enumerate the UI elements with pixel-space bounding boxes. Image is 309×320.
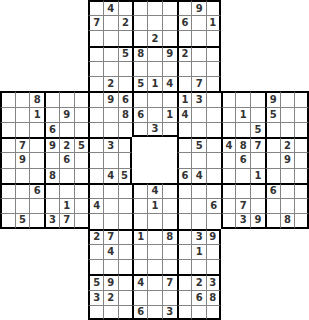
empty-cell-r9c21[interactable] xyxy=(294,122,309,137)
empty-cell-r12c5[interactable] xyxy=(59,168,74,183)
empty-cell-r17c9[interactable] xyxy=(118,244,133,259)
given-cell-r14c7[interactable]: 4 xyxy=(88,198,103,213)
empty-cell-r14c10[interactable] xyxy=(132,198,147,213)
empty-cell-r9c5[interactable] xyxy=(59,122,74,137)
empty-cell-r15c7[interactable] xyxy=(88,213,103,228)
given-cell-r13c3[interactable]: 6 xyxy=(29,183,44,198)
given-cell-r7c3[interactable]: 8 xyxy=(29,91,44,106)
given-cell-r19c12[interactable]: 7 xyxy=(162,274,177,289)
empty-cell-r12c1[interactable] xyxy=(0,168,15,183)
empty-cell-r10c1[interactable] xyxy=(0,137,15,152)
given-cell-r20c8[interactable]: 2 xyxy=(103,290,118,305)
given-cell-r20c14[interactable]: 6 xyxy=(191,290,206,305)
empty-cell-r3c13[interactable] xyxy=(177,30,192,45)
empty-cell-r4c15[interactable] xyxy=(206,46,221,61)
empty-cell-r8c1[interactable] xyxy=(0,107,15,122)
given-cell-r7c8[interactable]: 9 xyxy=(103,91,118,106)
empty-cell-r12c19[interactable] xyxy=(265,168,280,183)
given-cell-r16c8[interactable]: 7 xyxy=(103,229,118,244)
empty-cell-r14c8[interactable] xyxy=(103,198,118,213)
given-cell-r16c15[interactable]: 9 xyxy=(206,229,221,244)
given-cell-r1c14[interactable]: 9 xyxy=(191,0,206,15)
empty-cell-r6c13[interactable] xyxy=(177,76,192,91)
empty-cell-r13c8[interactable] xyxy=(103,183,118,198)
empty-cell-r9c9[interactable] xyxy=(118,122,133,137)
given-cell-r3c11[interactable]: 2 xyxy=(147,30,162,45)
empty-cell-r14c20[interactable] xyxy=(280,198,295,213)
empty-cell-r15c6[interactable] xyxy=(74,213,89,228)
given-cell-r19c7[interactable]: 5 xyxy=(88,274,103,289)
empty-cell-r15c12[interactable] xyxy=(162,213,177,228)
empty-cell-r9c1[interactable] xyxy=(0,122,15,137)
empty-cell-r17c11[interactable] xyxy=(147,244,162,259)
empty-cell-r5c15[interactable] xyxy=(206,61,221,76)
given-cell-r16c7[interactable]: 2 xyxy=(88,229,103,244)
given-cell-r14c11[interactable]: 1 xyxy=(147,198,162,213)
empty-cell-r14c6[interactable] xyxy=(74,198,89,213)
outside-cell xyxy=(294,259,309,274)
empty-cell-r2c12[interactable] xyxy=(162,15,177,30)
empty-cell-r7c18[interactable] xyxy=(250,91,265,106)
outside-cell xyxy=(15,76,30,91)
empty-cell-r13c4[interactable] xyxy=(44,183,59,198)
empty-cell-r7c5[interactable] xyxy=(59,91,74,106)
empty-cell-r1c10[interactable] xyxy=(132,0,147,15)
given-cell-r12c9[interactable]: 5 xyxy=(118,168,133,183)
given-cell-r10c20[interactable]: 2 xyxy=(280,137,295,152)
empty-cell-r3c9[interactable] xyxy=(118,30,133,45)
given-cell-r21c12[interactable]: 3 xyxy=(162,305,177,320)
given-cell-r9c4[interactable]: 6 xyxy=(44,122,59,137)
empty-cell-r13c7[interactable] xyxy=(88,183,103,198)
given-cell-r6c8[interactable]: 2 xyxy=(103,76,118,91)
empty-cell-r7c16[interactable] xyxy=(221,91,236,106)
empty-cell-r8c18[interactable] xyxy=(250,107,265,122)
given-cell-r8c13[interactable]: 4 xyxy=(177,107,192,122)
empty-cell-r7c11[interactable] xyxy=(147,91,162,106)
empty-cell-r8c15[interactable] xyxy=(206,107,221,122)
given-cell-r9c11[interactable]: 3 xyxy=(147,122,162,137)
given-cell-r11c2[interactable]: 9 xyxy=(15,152,30,167)
empty-cell-r5c7[interactable] xyxy=(88,61,103,76)
empty-cell-r8c6[interactable] xyxy=(74,107,89,122)
empty-cell-r14c18[interactable] xyxy=(250,198,265,213)
empty-cell-r12c7[interactable] xyxy=(88,168,103,183)
empty-cell-r3c7[interactable] xyxy=(88,30,103,45)
empty-cell-r13c18[interactable] xyxy=(250,183,265,198)
empty-cell-r15c1[interactable] xyxy=(0,213,15,228)
empty-cell-r14c21[interactable] xyxy=(294,198,309,213)
empty-cell-r8c20[interactable] xyxy=(280,107,295,122)
empty-cell-r14c16[interactable] xyxy=(221,198,236,213)
empty-cell-r12c16[interactable] xyxy=(221,168,236,183)
empty-cell-r20c10[interactable] xyxy=(132,290,147,305)
outside-cell xyxy=(74,274,89,289)
empty-cell-r3c10[interactable] xyxy=(132,30,147,45)
given-cell-r20c7[interactable]: 3 xyxy=(88,290,103,305)
outside-cell xyxy=(15,46,30,61)
given-cell-r11c20[interactable]: 9 xyxy=(280,152,295,167)
empty-cell-r14c2[interactable] xyxy=(15,198,30,213)
empty-cell-r5c12[interactable] xyxy=(162,61,177,76)
given-cell-r19c8[interactable]: 9 xyxy=(103,274,118,289)
empty-cell-r13c13[interactable] xyxy=(177,183,192,198)
given-cell-r15c5[interactable]: 7 xyxy=(59,213,74,228)
given-cell-r15c4[interactable]: 3 xyxy=(44,213,59,228)
given-cell-r6c11[interactable]: 1 xyxy=(147,76,162,91)
empty-cell-r18c8[interactable] xyxy=(103,259,118,274)
given-cell-r19c15[interactable]: 3 xyxy=(206,274,221,289)
empty-cell-r7c20[interactable] xyxy=(280,91,295,106)
given-cell-r7c19[interactable]: 9 xyxy=(265,91,280,106)
empty-cell-r14c3[interactable] xyxy=(29,198,44,213)
empty-cell-r11c6[interactable] xyxy=(74,152,89,167)
empty-cell-r14c9[interactable] xyxy=(118,198,133,213)
empty-cell-r8c2[interactable] xyxy=(15,107,30,122)
empty-cell-r11c13[interactable] xyxy=(177,152,192,167)
empty-cell-r15c10[interactable] xyxy=(132,213,147,228)
empty-cell-r20c13[interactable] xyxy=(177,290,192,305)
empty-cell-r21c9[interactable] xyxy=(118,305,133,320)
empty-cell-r12c20[interactable] xyxy=(280,168,295,183)
empty-cell-r10c9[interactable] xyxy=(118,137,133,152)
empty-cell-r10c13[interactable] xyxy=(177,137,192,152)
empty-cell-r13c15[interactable] xyxy=(206,183,221,198)
empty-cell-r7c21[interactable] xyxy=(294,91,309,106)
empty-cell-r2c8[interactable] xyxy=(103,15,118,30)
empty-cell-r12c17[interactable] xyxy=(235,168,250,183)
empty-cell-r11c4[interactable] xyxy=(44,152,59,167)
empty-cell-r6c9[interactable] xyxy=(118,76,133,91)
empty-cell-r7c1[interactable] xyxy=(0,91,15,106)
given-cell-r15c17[interactable]: 3 xyxy=(235,213,250,228)
empty-cell-r13c14[interactable] xyxy=(191,183,206,198)
empty-cell-r10c15[interactable] xyxy=(206,137,221,152)
empty-cell-r13c21[interactable] xyxy=(294,183,309,198)
empty-cell-r14c4[interactable] xyxy=(44,198,59,213)
empty-cell-r13c5[interactable] xyxy=(59,183,74,198)
empty-cell-r1c12[interactable] xyxy=(162,0,177,15)
empty-cell-r9c14[interactable] xyxy=(191,122,206,137)
empty-cell-r16c11[interactable] xyxy=(147,229,162,244)
empty-cell-r7c10[interactable] xyxy=(132,91,147,106)
given-cell-r15c2[interactable]: 5 xyxy=(15,213,30,228)
empty-cell-r8c14[interactable] xyxy=(191,107,206,122)
empty-cell-r20c12[interactable] xyxy=(162,290,177,305)
empty-cell-r1c9[interactable] xyxy=(118,0,133,15)
given-cell-r7c14[interactable]: 3 xyxy=(191,91,206,106)
empty-cell-r11c14[interactable] xyxy=(191,152,206,167)
empty-cell-r2c10[interactable] xyxy=(132,15,147,30)
empty-cell-r15c21[interactable] xyxy=(294,213,309,228)
outside-cell xyxy=(59,244,74,259)
empty-cell-r5c10[interactable] xyxy=(132,61,147,76)
given-cell-r10c5[interactable]: 2 xyxy=(59,137,74,152)
given-cell-r9c18[interactable]: 5 xyxy=(250,122,265,137)
given-cell-r17c14[interactable]: 1 xyxy=(191,244,206,259)
empty-cell-r17c7[interactable] xyxy=(88,244,103,259)
empty-cell-r7c2[interactable] xyxy=(15,91,30,106)
given-cell-r4c9[interactable]: 5 xyxy=(118,46,133,61)
empty-cell-r9c16[interactable] xyxy=(221,122,236,137)
empty-cell-r14c19[interactable] xyxy=(265,198,280,213)
empty-cell-r15c8[interactable] xyxy=(103,213,118,228)
empty-cell-r7c12[interactable] xyxy=(162,91,177,106)
empty-cell-r17c10[interactable] xyxy=(132,244,147,259)
empty-cell-r20c11[interactable] xyxy=(147,290,162,305)
empty-cell-r18c7[interactable] xyxy=(88,259,103,274)
empty-cell-r5c13[interactable] xyxy=(177,61,192,76)
empty-cell-r10c3[interactable] xyxy=(29,137,44,152)
empty-cell-r11c18[interactable] xyxy=(250,152,265,167)
given-cell-r6c12[interactable]: 4 xyxy=(162,76,177,91)
given-cell-r16c12[interactable]: 8 xyxy=(162,229,177,244)
empty-cell-r17c13[interactable] xyxy=(177,244,192,259)
given-cell-r10c6[interactable]: 5 xyxy=(74,137,89,152)
empty-cell-r7c7[interactable] xyxy=(88,91,103,106)
given-cell-r2c9[interactable]: 2 xyxy=(118,15,133,30)
empty-cell-r15c19[interactable] xyxy=(265,213,280,228)
empty-cell-r16c9[interactable] xyxy=(118,229,133,244)
empty-cell-r4c7[interactable] xyxy=(88,46,103,61)
given-cell-r12c18[interactable]: 1 xyxy=(250,168,265,183)
outside-cell xyxy=(280,61,295,76)
empty-cell-r9c15[interactable] xyxy=(206,122,221,137)
given-cell-r15c20[interactable]: 8 xyxy=(280,213,295,228)
empty-cell-r18c15[interactable] xyxy=(206,259,221,274)
empty-cell-r9c17[interactable] xyxy=(235,122,250,137)
empty-cell-r13c10[interactable] xyxy=(132,183,147,198)
empty-cell-r7c17[interactable] xyxy=(235,91,250,106)
empty-cell-r11c7[interactable] xyxy=(88,152,103,167)
empty-cell-r19c11[interactable] xyxy=(147,274,162,289)
empty-cell-r14c14[interactable] xyxy=(191,198,206,213)
empty-cell-r16c13[interactable] xyxy=(177,229,192,244)
given-cell-r21c10[interactable]: 6 xyxy=(132,305,147,320)
empty-cell-r13c2[interactable] xyxy=(15,183,30,198)
empty-cell-r17c12[interactable] xyxy=(162,244,177,259)
given-cell-r2c7[interactable]: 7 xyxy=(88,15,103,30)
empty-cell-r6c7[interactable] xyxy=(88,76,103,91)
empty-cell-r4c11[interactable] xyxy=(147,46,162,61)
empty-cell-r13c12[interactable] xyxy=(162,183,177,198)
empty-cell-r14c12[interactable] xyxy=(162,198,177,213)
given-cell-r10c2[interactable]: 7 xyxy=(15,137,30,152)
given-cell-r15c18[interactable]: 9 xyxy=(250,213,265,228)
empty-cell-r2c14[interactable] xyxy=(191,15,206,30)
given-cell-r12c8[interactable]: 4 xyxy=(103,168,118,183)
given-cell-r8c19[interactable]: 5 xyxy=(265,107,280,122)
empty-cell-r18c13[interactable] xyxy=(177,259,192,274)
given-cell-r13c11[interactable]: 4 xyxy=(147,183,162,198)
empty-cell-r8c7[interactable] xyxy=(88,107,103,122)
given-cell-r8c12[interactable]: 1 xyxy=(162,107,177,122)
empty-cell-r12c6[interactable] xyxy=(74,168,89,183)
empty-cell-r21c11[interactable] xyxy=(147,305,162,320)
given-cell-r8c5[interactable]: 9 xyxy=(59,107,74,122)
empty-cell-r9c2[interactable] xyxy=(15,122,30,137)
given-cell-r7c13[interactable]: 1 xyxy=(177,91,192,106)
empty-cell-r4c8[interactable] xyxy=(103,46,118,61)
empty-cell-r13c9[interactable] xyxy=(118,183,133,198)
empty-cell-r8c16[interactable] xyxy=(221,107,236,122)
given-cell-r10c14[interactable]: 5 xyxy=(191,137,206,152)
empty-cell-r14c1[interactable] xyxy=(0,198,15,213)
empty-cell-r5c11[interactable] xyxy=(147,61,162,76)
empty-cell-r8c11[interactable] xyxy=(147,107,162,122)
empty-cell-r17c15[interactable] xyxy=(206,244,221,259)
empty-cell-r13c16[interactable] xyxy=(221,183,236,198)
empty-cell-r21c13[interactable] xyxy=(177,305,192,320)
empty-cell-r11c8[interactable] xyxy=(103,152,118,167)
empty-cell-r7c6[interactable] xyxy=(74,91,89,106)
empty-cell-r10c7[interactable] xyxy=(88,137,103,152)
empty-cell-r8c4[interactable] xyxy=(44,107,59,122)
outside-cell xyxy=(294,15,309,30)
empty-cell-r5c8[interactable] xyxy=(103,61,118,76)
empty-cell-r11c16[interactable] xyxy=(221,152,236,167)
given-cell-r8c3[interactable]: 1 xyxy=(29,107,44,122)
outside-cell xyxy=(15,229,30,244)
empty-cell-r15c16[interactable] xyxy=(221,213,236,228)
given-cell-r19c10[interactable]: 4 xyxy=(132,274,147,289)
given-cell-r8c17[interactable]: 1 xyxy=(235,107,250,122)
given-cell-r11c17[interactable]: 6 xyxy=(235,152,250,167)
empty-cell-r21c7[interactable] xyxy=(88,305,103,320)
empty-cell-r13c17[interactable] xyxy=(235,183,250,198)
given-cell-r4c13[interactable]: 2 xyxy=(177,46,192,61)
empty-cell-r3c8[interactable] xyxy=(103,30,118,45)
given-cell-r12c14[interactable]: 4 xyxy=(191,168,206,183)
empty-cell-r21c8[interactable] xyxy=(103,305,118,320)
empty-cell-r13c6[interactable] xyxy=(74,183,89,198)
empty-cell-r18c12[interactable] xyxy=(162,259,177,274)
given-cell-r10c18[interactable]: 7 xyxy=(250,137,265,152)
given-cell-r7c9[interactable]: 6 xyxy=(118,91,133,106)
given-cell-r16c10[interactable]: 1 xyxy=(132,229,147,244)
given-cell-r6c14[interactable]: 7 xyxy=(191,76,206,91)
empty-cell-r11c19[interactable] xyxy=(265,152,280,167)
empty-cell-r19c9[interactable] xyxy=(118,274,133,289)
given-cell-r10c17[interactable]: 8 xyxy=(235,137,250,152)
outside-cell xyxy=(44,229,59,244)
empty-cell-r15c13[interactable] xyxy=(177,213,192,228)
empty-cell-r5c14[interactable] xyxy=(191,61,206,76)
empty-cell-r11c1[interactable] xyxy=(0,152,15,167)
empty-cell-r1c7[interactable] xyxy=(88,0,103,15)
empty-cell-r12c3[interactable] xyxy=(29,168,44,183)
outside-cell xyxy=(250,305,265,320)
given-cell-r8c9[interactable]: 8 xyxy=(118,107,133,122)
empty-cell-r5c9[interactable] xyxy=(118,61,133,76)
empty-cell-r3c12[interactable] xyxy=(162,30,177,45)
given-cell-r10c16[interactable]: 4 xyxy=(221,137,236,152)
given-cell-r13c19[interactable]: 6 xyxy=(265,183,280,198)
empty-cell-r9c8[interactable] xyxy=(103,122,118,137)
given-cell-r14c17[interactable]: 7 xyxy=(235,198,250,213)
given-cell-r6c10[interactable]: 5 xyxy=(132,76,147,91)
given-cell-r14c5[interactable]: 1 xyxy=(59,198,74,213)
empty-cell-r8c8[interactable] xyxy=(103,107,118,122)
empty-cell-r21c15[interactable] xyxy=(206,305,221,320)
empty-cell-r18c10[interactable] xyxy=(132,259,147,274)
given-cell-r12c13[interactable]: 6 xyxy=(177,168,192,183)
given-cell-r2c13[interactable]: 6 xyxy=(177,15,192,30)
empty-cell-r7c15[interactable] xyxy=(206,91,221,106)
empty-cell-r10c19[interactable] xyxy=(265,137,280,152)
empty-cell-r15c14[interactable] xyxy=(191,213,206,228)
given-cell-r8c10[interactable]: 6 xyxy=(132,107,147,122)
empty-cell-r9c12[interactable] xyxy=(162,122,177,137)
given-cell-r17c8[interactable]: 4 xyxy=(103,244,118,259)
given-cell-r19c14[interactable]: 2 xyxy=(191,274,206,289)
given-cell-r14c15[interactable]: 6 xyxy=(206,198,221,213)
empty-cell-r11c21[interactable] xyxy=(294,152,309,167)
empty-cell-r9c7[interactable] xyxy=(88,122,103,137)
empty-cell-r1c15[interactable] xyxy=(206,0,221,15)
empty-cell-r11c15[interactable] xyxy=(206,152,221,167)
empty-cell-r15c3[interactable] xyxy=(29,213,44,228)
given-cell-r4c10[interactable]: 8 xyxy=(132,46,147,61)
empty-cell-r12c2[interactable] xyxy=(15,168,30,183)
empty-cell-r12c21[interactable] xyxy=(294,168,309,183)
empty-cell-r18c9[interactable] xyxy=(118,259,133,274)
empty-cell-r1c11[interactable] xyxy=(147,0,162,15)
empty-cell-r2c11[interactable] xyxy=(147,15,162,30)
empty-cell-r21c14[interactable] xyxy=(191,305,206,320)
empty-cell-r9c10[interactable] xyxy=(132,122,147,137)
empty-cell-r18c14[interactable] xyxy=(191,259,206,274)
given-cell-r1c8[interactable]: 4 xyxy=(103,0,118,15)
empty-cell-r9c20[interactable] xyxy=(280,122,295,137)
empty-cell-r14c13[interactable] xyxy=(177,198,192,213)
empty-cell-r15c9[interactable] xyxy=(118,213,133,228)
empty-cell-r12c15[interactable] xyxy=(206,168,221,183)
outside-cell xyxy=(74,61,89,76)
given-cell-r20c15[interactable]: 8 xyxy=(206,290,221,305)
empty-cell-r18c11[interactable] xyxy=(147,259,162,274)
empty-cell-r11c9[interactable] xyxy=(118,152,133,167)
empty-cell-r13c20[interactable] xyxy=(280,183,295,198)
empty-cell-r19c13[interactable] xyxy=(177,274,192,289)
empty-cell-r20c9[interactable] xyxy=(118,290,133,305)
empty-cell-r3c14[interactable] xyxy=(191,30,206,45)
given-cell-r11c5[interactable]: 6 xyxy=(59,152,74,167)
empty-cell-r13c1[interactable] xyxy=(0,183,15,198)
outside-cell xyxy=(250,274,265,289)
empty-cell-r11c3[interactable] xyxy=(29,152,44,167)
empty-cell-r9c19[interactable] xyxy=(265,122,280,137)
empty-cell-r15c15[interactable] xyxy=(206,213,221,228)
given-cell-r10c8[interactable]: 3 xyxy=(103,137,118,152)
empty-cell-r10c21[interactable] xyxy=(294,137,309,152)
given-cell-r4c12[interactable]: 9 xyxy=(162,46,177,61)
empty-cell-r9c13[interactable] xyxy=(177,122,192,137)
empty-cell-r9c3[interactable] xyxy=(29,122,44,137)
empty-cell-r8c21[interactable] xyxy=(294,107,309,122)
given-cell-r16c14[interactable]: 3 xyxy=(191,229,206,244)
given-cell-r12c4[interactable]: 8 xyxy=(44,168,59,183)
empty-cell-r1c13[interactable] xyxy=(177,0,192,15)
empty-cell-r3c15[interactable] xyxy=(206,30,221,45)
empty-cell-r4c14[interactable] xyxy=(191,46,206,61)
given-cell-r2c15[interactable]: 1 xyxy=(206,15,221,30)
empty-cell-r7c4[interactable] xyxy=(44,91,59,106)
empty-cell-r15c11[interactable] xyxy=(147,213,162,228)
given-cell-r10c4[interactable]: 9 xyxy=(44,137,59,152)
empty-cell-r6c15[interactable] xyxy=(206,76,221,91)
empty-cell-r9c6[interactable] xyxy=(74,122,89,137)
